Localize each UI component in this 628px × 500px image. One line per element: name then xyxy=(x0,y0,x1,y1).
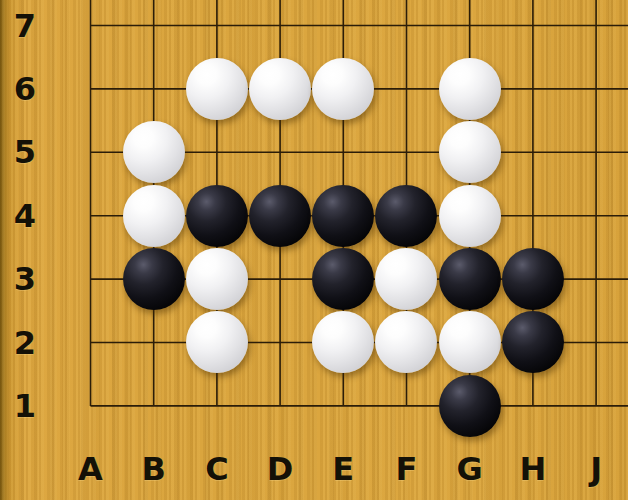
point-D6[interactable] xyxy=(248,57,311,120)
point-G5[interactable] xyxy=(438,121,501,184)
point-C1[interactable] xyxy=(185,374,248,437)
stone-white-E2 xyxy=(312,311,374,373)
column-label-C: C xyxy=(195,447,239,491)
point-G2[interactable] xyxy=(438,311,501,374)
column-label-G: G xyxy=(448,447,492,491)
point-C6[interactable] xyxy=(185,57,248,120)
point-E1[interactable] xyxy=(312,374,375,437)
point-D5[interactable] xyxy=(248,121,311,184)
point-B4[interactable] xyxy=(122,184,185,247)
stone-white-F3 xyxy=(375,248,437,310)
point-A7[interactable] xyxy=(59,0,122,57)
point-G3[interactable] xyxy=(438,247,501,310)
stone-white-G5 xyxy=(439,121,501,183)
stone-white-G2 xyxy=(439,311,501,373)
stone-white-C2 xyxy=(186,311,248,373)
column-label-B: B xyxy=(132,447,176,491)
point-A6[interactable] xyxy=(59,57,122,120)
stone-black-D4 xyxy=(249,185,311,247)
point-H7[interactable] xyxy=(501,0,564,57)
point-E6[interactable] xyxy=(312,57,375,120)
point-G4[interactable] xyxy=(438,184,501,247)
point-A3[interactable] xyxy=(59,247,122,310)
stone-black-H2 xyxy=(502,311,564,373)
point-A4[interactable] xyxy=(59,184,122,247)
point-B5[interactable] xyxy=(122,121,185,184)
point-J3[interactable] xyxy=(564,247,627,310)
point-D3[interactable] xyxy=(248,247,311,310)
point-G6[interactable] xyxy=(438,57,501,120)
stone-black-F4 xyxy=(375,185,437,247)
stones-layer xyxy=(59,0,628,438)
point-F5[interactable] xyxy=(375,121,438,184)
point-H4[interactable] xyxy=(501,184,564,247)
stone-black-E3 xyxy=(312,248,374,310)
column-label-J: J xyxy=(574,447,618,491)
stone-white-B5 xyxy=(123,121,185,183)
point-B6[interactable] xyxy=(122,57,185,120)
point-B7[interactable] xyxy=(122,0,185,57)
point-A5[interactable] xyxy=(59,121,122,184)
point-F2[interactable] xyxy=(375,311,438,374)
stone-black-C4 xyxy=(186,185,248,247)
point-G7[interactable] xyxy=(438,0,501,57)
point-F4[interactable] xyxy=(375,184,438,247)
point-F7[interactable] xyxy=(375,0,438,57)
column-label-H: H xyxy=(511,447,555,491)
point-E5[interactable] xyxy=(312,121,375,184)
point-H2[interactable] xyxy=(501,311,564,374)
point-C7[interactable] xyxy=(185,0,248,57)
point-C5[interactable] xyxy=(185,121,248,184)
point-J1[interactable] xyxy=(564,374,627,437)
point-D2[interactable] xyxy=(248,311,311,374)
column-label-E: E xyxy=(321,447,365,491)
point-E2[interactable] xyxy=(312,311,375,374)
stone-black-H3 xyxy=(502,248,564,310)
point-C4[interactable] xyxy=(185,184,248,247)
point-J7[interactable] xyxy=(564,0,627,57)
point-J6[interactable] xyxy=(564,57,627,120)
point-E3[interactable] xyxy=(312,247,375,310)
stone-black-B3 xyxy=(123,248,185,310)
point-D7[interactable] xyxy=(248,0,311,57)
point-F3[interactable] xyxy=(375,247,438,310)
stone-white-G4 xyxy=(439,185,501,247)
column-label-D: D xyxy=(258,447,302,491)
stone-black-G1 xyxy=(439,375,501,437)
point-A2[interactable] xyxy=(59,311,122,374)
stone-white-F2 xyxy=(375,311,437,373)
point-C3[interactable] xyxy=(185,247,248,310)
stone-white-C3 xyxy=(186,248,248,310)
point-H5[interactable] xyxy=(501,121,564,184)
point-A1[interactable] xyxy=(59,374,122,437)
column-label-A: A xyxy=(69,447,113,491)
point-F6[interactable] xyxy=(375,57,438,120)
point-H3[interactable] xyxy=(501,247,564,310)
point-H6[interactable] xyxy=(501,57,564,120)
column-label-F: F xyxy=(385,447,429,491)
stone-white-B4 xyxy=(123,185,185,247)
stone-black-E4 xyxy=(312,185,374,247)
go-board: 7654321 ABCDEFGHJ xyxy=(0,0,628,500)
point-F1[interactable] xyxy=(375,374,438,437)
point-B2[interactable] xyxy=(122,311,185,374)
stone-white-D6 xyxy=(249,58,311,120)
point-J2[interactable] xyxy=(564,311,627,374)
point-J4[interactable] xyxy=(564,184,627,247)
point-B3[interactable] xyxy=(122,247,185,310)
point-G1[interactable] xyxy=(438,374,501,437)
point-E7[interactable] xyxy=(312,0,375,57)
point-B1[interactable] xyxy=(122,374,185,437)
point-J5[interactable] xyxy=(564,121,627,184)
point-D1[interactable] xyxy=(248,374,311,437)
point-D4[interactable] xyxy=(248,184,311,247)
point-C2[interactable] xyxy=(185,311,248,374)
stone-white-E6 xyxy=(312,58,374,120)
stone-black-G3 xyxy=(439,248,501,310)
point-E4[interactable] xyxy=(312,184,375,247)
stone-white-G6 xyxy=(439,58,501,120)
stone-white-C6 xyxy=(186,58,248,120)
point-H1[interactable] xyxy=(501,374,564,437)
